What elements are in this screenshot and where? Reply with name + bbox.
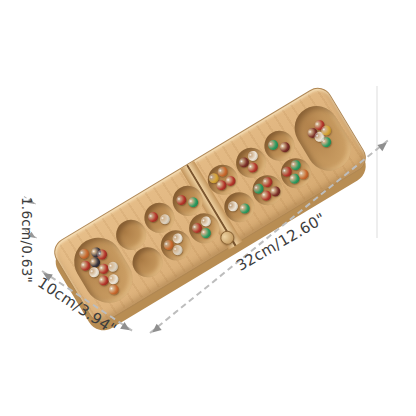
stone-orange <box>77 247 91 261</box>
product-photo: 32cm/12.60" 10cm/3.94" 1.6cm/0.63" <box>0 0 416 416</box>
stone-white <box>226 199 240 213</box>
backdrop-seam <box>376 86 378 238</box>
stone-green <box>186 195 200 209</box>
arrow-right-icon <box>377 137 392 151</box>
stone-red <box>146 210 160 224</box>
stone-maroon <box>278 140 292 154</box>
thickness-dimension-label: 1.6cm/0.63" <box>19 182 35 298</box>
stone-green <box>266 138 280 152</box>
stone-orange <box>107 283 121 297</box>
stone-clear <box>158 212 172 226</box>
stone-red <box>174 193 188 207</box>
stone-green <box>238 202 252 216</box>
arrow-left-icon <box>147 324 162 338</box>
mancala-board <box>49 82 372 327</box>
board <box>49 82 372 327</box>
